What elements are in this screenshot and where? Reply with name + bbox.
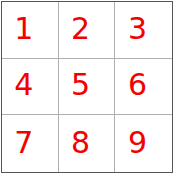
cell-value: 7 [14,128,33,158]
cell-r1c1: 1 [2,2,59,59]
cell-r1c3: 3 [115,2,172,59]
cell-r2c1: 4 [2,59,59,116]
cell-r3c1: 7 [2,115,59,172]
cell-value: 5 [71,70,90,100]
cell-r3c3: 9 [115,115,172,172]
number-grid-board: 1 2 3 4 5 6 7 8 9 [1,1,173,173]
cell-value: 4 [14,70,33,100]
cell-r3c2: 8 [59,115,116,172]
cell-value: 6 [128,70,147,100]
cell-value: 1 [14,14,33,44]
cell-value: 3 [128,14,147,44]
cell-value: 8 [71,128,90,158]
cell-r2c2: 5 [59,59,116,116]
cell-r1c2: 2 [59,2,116,59]
cell-value: 2 [71,14,90,44]
cell-value: 9 [128,128,147,158]
cell-r2c3: 6 [115,59,172,116]
